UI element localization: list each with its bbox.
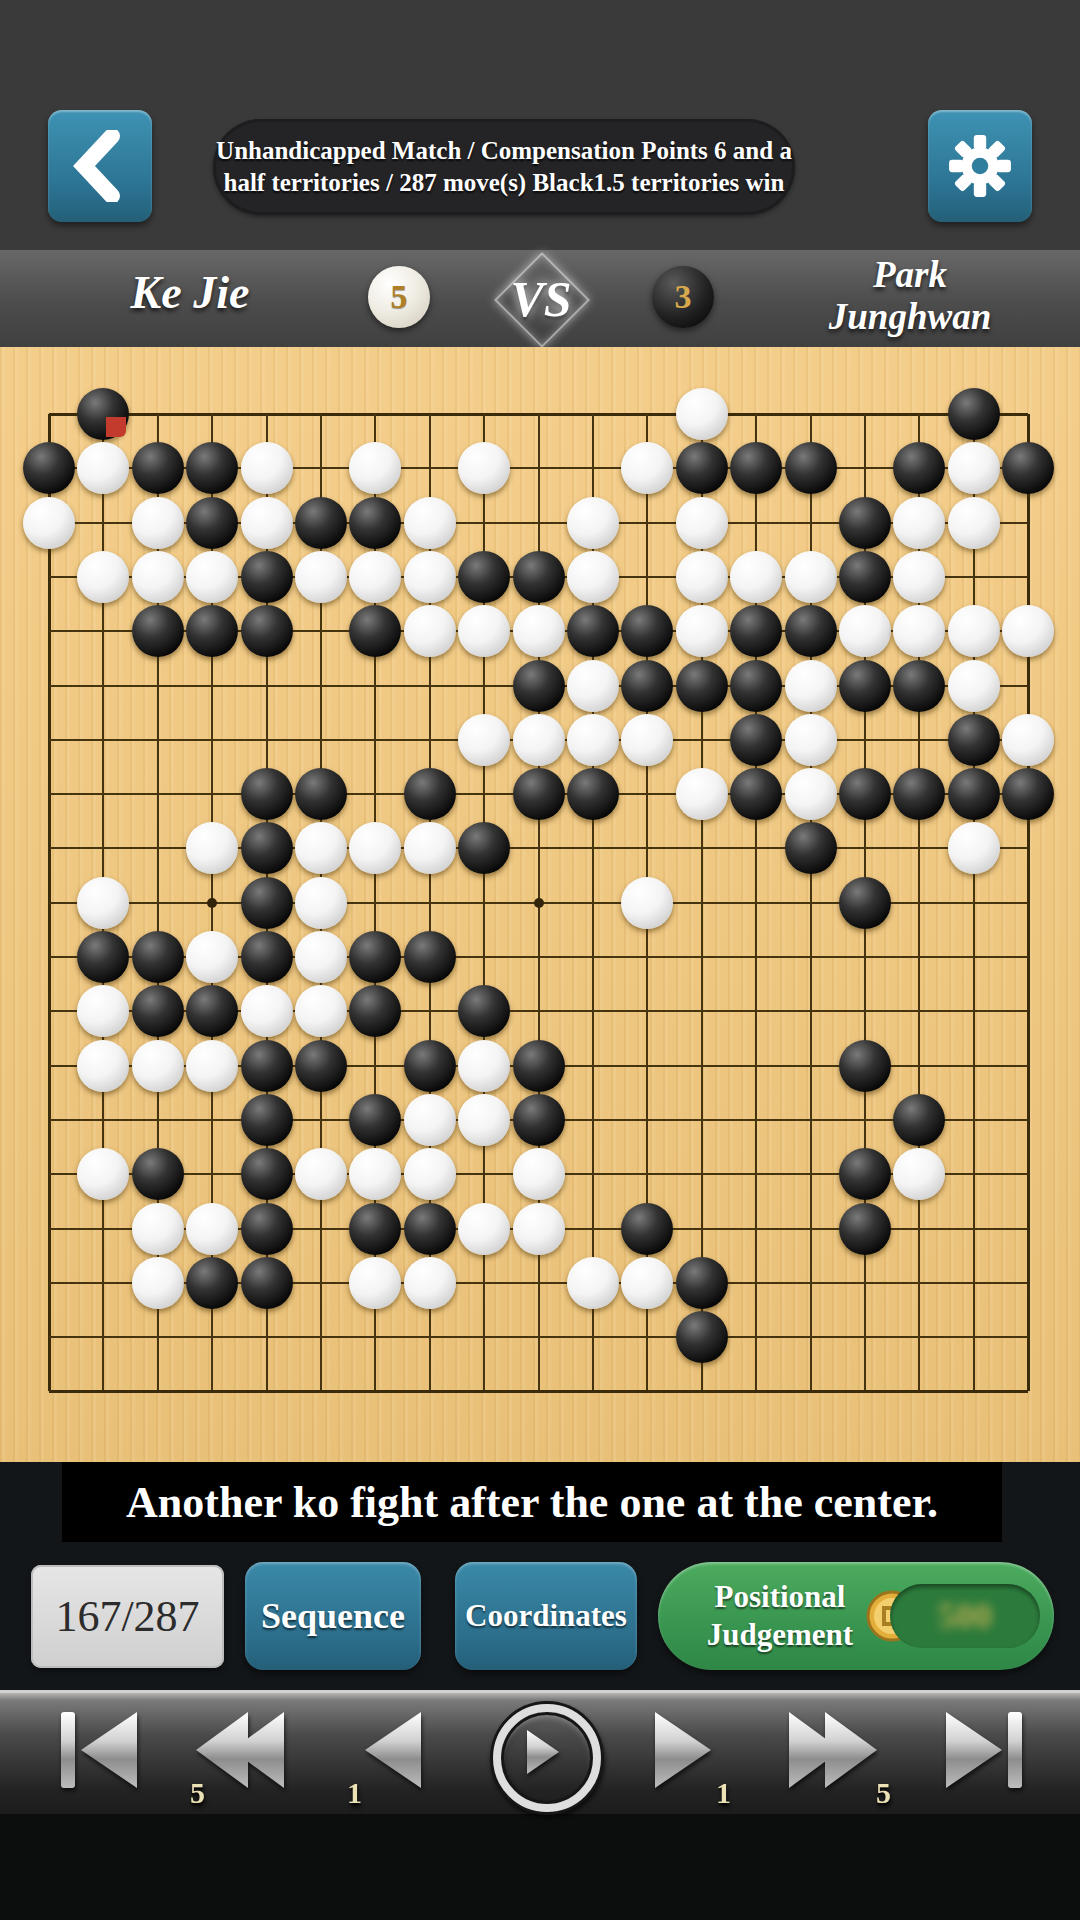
stone-black bbox=[349, 1094, 401, 1146]
stone-black bbox=[785, 442, 837, 494]
stone-black bbox=[132, 931, 184, 983]
stone-white bbox=[404, 1148, 456, 1200]
stone-black bbox=[621, 660, 673, 712]
stone-black bbox=[893, 1094, 945, 1146]
stone-white bbox=[77, 985, 129, 1037]
stone-black bbox=[132, 1148, 184, 1200]
stone-black bbox=[839, 1203, 891, 1255]
stone-black bbox=[839, 551, 891, 603]
stone-black bbox=[186, 497, 238, 549]
player-left-name: Ke Jie bbox=[70, 266, 310, 319]
stone-black bbox=[349, 605, 401, 657]
stone-white bbox=[132, 1257, 184, 1309]
player-right-name-line1: Park bbox=[790, 254, 1030, 296]
stone-black bbox=[839, 660, 891, 712]
stone-white bbox=[567, 497, 619, 549]
skip-to-end-button[interactable] bbox=[920, 1700, 1040, 1810]
grid-line bbox=[973, 414, 975, 1391]
stone-black bbox=[1002, 442, 1054, 494]
app-screen: Unhandicapped Match / Compensation Point… bbox=[0, 0, 1080, 1920]
stone-black bbox=[513, 768, 565, 820]
stone-white bbox=[404, 1257, 456, 1309]
stone-black bbox=[241, 1257, 293, 1309]
stone-black bbox=[186, 1257, 238, 1309]
stone-black bbox=[295, 1040, 347, 1092]
stone-white bbox=[676, 551, 728, 603]
white-captures-ball: 5 bbox=[368, 266, 430, 328]
stone-white bbox=[785, 660, 837, 712]
stone-white bbox=[186, 1040, 238, 1092]
stone-black bbox=[458, 822, 510, 874]
stone-black bbox=[730, 605, 782, 657]
stone-white bbox=[349, 822, 401, 874]
stone-white bbox=[513, 1203, 565, 1255]
forward-5-button[interactable]: 5 bbox=[773, 1700, 893, 1810]
caption-bar: Another ko fight after the one at the ce… bbox=[62, 1462, 1002, 1542]
stone-white bbox=[948, 497, 1000, 549]
stone-black bbox=[513, 1094, 565, 1146]
stone-black bbox=[567, 605, 619, 657]
coordinates-button[interactable]: Coordinates bbox=[455, 1562, 637, 1670]
sequence-button[interactable]: Sequence bbox=[245, 1562, 421, 1670]
stone-white bbox=[132, 1203, 184, 1255]
stone-white bbox=[132, 551, 184, 603]
settings-button[interactable] bbox=[928, 110, 1032, 222]
stone-white bbox=[404, 497, 456, 549]
stone-white bbox=[349, 442, 401, 494]
stone-black bbox=[186, 442, 238, 494]
judgement-badge: 500 bbox=[890, 1584, 1040, 1648]
stone-white bbox=[404, 822, 456, 874]
stone-black bbox=[241, 1094, 293, 1146]
stone-black bbox=[349, 931, 401, 983]
stone-black bbox=[839, 1148, 891, 1200]
stone-white bbox=[295, 985, 347, 1037]
play-button[interactable] bbox=[481, 1700, 601, 1810]
stone-black bbox=[621, 1203, 673, 1255]
back-5-label: 5 bbox=[190, 1776, 205, 1810]
stone-white bbox=[893, 551, 945, 603]
grid-line bbox=[1027, 414, 1030, 1391]
forward-1-button[interactable]: 1 bbox=[627, 1700, 747, 1810]
stone-black bbox=[241, 1040, 293, 1092]
stone-white bbox=[839, 605, 891, 657]
stone-black bbox=[893, 442, 945, 494]
stone-black bbox=[893, 768, 945, 820]
match-info-line1: Unhandicapped Match / Compensation Point… bbox=[216, 135, 792, 167]
stone-black bbox=[241, 605, 293, 657]
stone-white bbox=[676, 497, 728, 549]
stone-white bbox=[404, 551, 456, 603]
skip-end-icon bbox=[946, 1712, 1002, 1788]
stone-black bbox=[241, 551, 293, 603]
stone-black bbox=[349, 985, 401, 1037]
stone-white bbox=[241, 442, 293, 494]
stone-white bbox=[186, 822, 238, 874]
stone-white bbox=[621, 877, 673, 929]
last-move-marker bbox=[106, 417, 126, 437]
stone-black bbox=[513, 660, 565, 712]
stone-white bbox=[567, 551, 619, 603]
vs-badge: VS bbox=[479, 252, 603, 346]
caption-text: Another ko fight after the one at the ce… bbox=[126, 1477, 938, 1528]
stone-white bbox=[1002, 714, 1054, 766]
stone-white bbox=[295, 551, 347, 603]
stone-black bbox=[839, 768, 891, 820]
stone-white bbox=[241, 497, 293, 549]
stone-white bbox=[132, 497, 184, 549]
stone-white bbox=[77, 1040, 129, 1092]
stone-black bbox=[730, 768, 782, 820]
stone-black bbox=[893, 660, 945, 712]
chevron-left-icon bbox=[68, 130, 132, 202]
judgement-label: Positional Judgement bbox=[680, 1578, 880, 1654]
stone-black bbox=[186, 605, 238, 657]
stone-black bbox=[404, 768, 456, 820]
stone-white bbox=[567, 660, 619, 712]
stone-white bbox=[676, 605, 728, 657]
stone-white bbox=[349, 551, 401, 603]
stone-black bbox=[676, 660, 728, 712]
vs-label: VS bbox=[510, 270, 571, 328]
stone-black bbox=[785, 822, 837, 874]
stone-black bbox=[241, 768, 293, 820]
grid-line bbox=[49, 1390, 1028, 1393]
skip-start-icon bbox=[61, 1712, 75, 1788]
stone-white bbox=[77, 877, 129, 929]
back-button[interactable] bbox=[48, 110, 152, 222]
star-point bbox=[207, 898, 217, 908]
stone-white bbox=[893, 605, 945, 657]
stone-white bbox=[621, 442, 673, 494]
white-capture-count: 5 bbox=[391, 278, 408, 316]
stone-black bbox=[295, 768, 347, 820]
back-1-label: 1 bbox=[347, 1776, 362, 1810]
stone-white bbox=[404, 605, 456, 657]
stone-black bbox=[839, 497, 891, 549]
stone-black bbox=[132, 985, 184, 1037]
stone-white bbox=[1002, 605, 1054, 657]
stone-black bbox=[241, 877, 293, 929]
stone-white bbox=[458, 1203, 510, 1255]
player-right-name: Park Junghwan bbox=[790, 254, 1030, 338]
stone-white bbox=[241, 985, 293, 1037]
back-5-button[interactable]: 5 bbox=[188, 1700, 308, 1810]
stone-white bbox=[676, 768, 728, 820]
stone-white bbox=[295, 822, 347, 874]
stone-white bbox=[948, 822, 1000, 874]
stone-black bbox=[404, 1040, 456, 1092]
stone-black bbox=[676, 1257, 728, 1309]
stone-white bbox=[295, 931, 347, 983]
stone-white bbox=[458, 442, 510, 494]
stone-black bbox=[132, 605, 184, 657]
stone-white bbox=[458, 605, 510, 657]
stone-white bbox=[77, 442, 129, 494]
gear-icon bbox=[947, 133, 1013, 199]
stone-black bbox=[948, 768, 1000, 820]
stone-white bbox=[513, 714, 565, 766]
stone-white bbox=[458, 1094, 510, 1146]
stone-white bbox=[785, 714, 837, 766]
stone-white bbox=[404, 1094, 456, 1146]
stone-black bbox=[839, 1040, 891, 1092]
back-1-button[interactable]: 1 bbox=[331, 1700, 451, 1810]
stone-white bbox=[948, 605, 1000, 657]
bottom-background bbox=[0, 1814, 1080, 1920]
back-icon bbox=[365, 1712, 421, 1788]
stone-black bbox=[186, 985, 238, 1037]
stone-white bbox=[349, 1257, 401, 1309]
match-info-pill: Unhandicapped Match / Compensation Point… bbox=[213, 119, 795, 215]
stone-white bbox=[295, 877, 347, 929]
player-right-name-line2: Junghwan bbox=[790, 296, 1030, 338]
grid-line bbox=[49, 1336, 1028, 1338]
stone-black bbox=[349, 1203, 401, 1255]
star-point bbox=[534, 898, 544, 908]
stone-black bbox=[77, 931, 129, 983]
black-captures-ball: 3 bbox=[652, 266, 714, 328]
stone-black bbox=[349, 497, 401, 549]
stone-black bbox=[458, 985, 510, 1037]
stone-black bbox=[1002, 768, 1054, 820]
stone-black bbox=[730, 660, 782, 712]
stone-white bbox=[785, 768, 837, 820]
move-counter: 167/287 bbox=[31, 1565, 224, 1668]
go-board[interactable] bbox=[0, 347, 1080, 1462]
stone-black bbox=[241, 1203, 293, 1255]
forward-5-label: 5 bbox=[876, 1776, 891, 1810]
stone-black bbox=[676, 442, 728, 494]
stone-black bbox=[948, 714, 1000, 766]
stone-black bbox=[676, 1311, 728, 1363]
positional-judgement-button[interactable]: Positional Judgement 500 bbox=[658, 1562, 1054, 1670]
stone-black bbox=[513, 551, 565, 603]
stone-black bbox=[295, 497, 347, 549]
stone-white bbox=[621, 1257, 673, 1309]
stone-white bbox=[458, 714, 510, 766]
stone-white bbox=[567, 1257, 619, 1309]
stone-white bbox=[948, 442, 1000, 494]
stone-white bbox=[893, 1148, 945, 1200]
stone-white bbox=[567, 714, 619, 766]
skip-to-start-button[interactable] bbox=[43, 1700, 163, 1810]
stone-black bbox=[404, 1203, 456, 1255]
stone-white bbox=[893, 497, 945, 549]
stone-black bbox=[567, 768, 619, 820]
stone-white bbox=[132, 1040, 184, 1092]
forward-icon bbox=[655, 1712, 711, 1788]
forward-1-label: 1 bbox=[716, 1776, 731, 1810]
stone-white bbox=[948, 660, 1000, 712]
stone-black bbox=[241, 931, 293, 983]
stone-white bbox=[349, 1148, 401, 1200]
stone-white bbox=[186, 1203, 238, 1255]
stone-white bbox=[730, 551, 782, 603]
stone-white bbox=[295, 1148, 347, 1200]
black-capture-count: 3 bbox=[675, 278, 692, 316]
stone-white bbox=[621, 714, 673, 766]
stone-black bbox=[948, 388, 1000, 440]
stone-black bbox=[132, 442, 184, 494]
stone-white bbox=[513, 605, 565, 657]
stone-white bbox=[458, 1040, 510, 1092]
stone-black bbox=[241, 822, 293, 874]
stone-black bbox=[730, 714, 782, 766]
match-info-line2: half territories / 287 move(s) Black1.5 … bbox=[224, 167, 785, 199]
stone-black bbox=[404, 931, 456, 983]
stone-white bbox=[513, 1148, 565, 1200]
stone-black bbox=[241, 1148, 293, 1200]
stone-black bbox=[785, 605, 837, 657]
stone-black bbox=[23, 442, 75, 494]
stone-white bbox=[77, 551, 129, 603]
stone-white bbox=[676, 388, 728, 440]
stone-white bbox=[785, 551, 837, 603]
stone-black bbox=[458, 551, 510, 603]
stone-black bbox=[730, 442, 782, 494]
stone-white bbox=[23, 497, 75, 549]
stone-black bbox=[513, 1040, 565, 1092]
stone-white bbox=[77, 1148, 129, 1200]
stone-white bbox=[186, 931, 238, 983]
stone-white bbox=[186, 551, 238, 603]
stone-black bbox=[839, 877, 891, 929]
stone-black bbox=[621, 605, 673, 657]
